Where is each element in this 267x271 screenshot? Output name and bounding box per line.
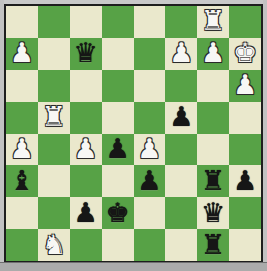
black-pawn[interactable]: ♟ <box>105 135 129 162</box>
square-a1[interactable] <box>6 229 38 261</box>
black-king[interactable]: ♚ <box>105 199 129 226</box>
square-d4[interactable]: ♟ <box>102 134 134 166</box>
square-c4[interactable]: ♟ <box>70 134 102 166</box>
white-pawn[interactable]: ♟ <box>201 39 225 66</box>
square-e2[interactable] <box>134 197 166 229</box>
square-h5[interactable] <box>229 102 261 134</box>
square-b3[interactable] <box>38 165 70 197</box>
square-a7[interactable]: ♟ <box>6 38 38 70</box>
black-queen[interactable]: ♛ <box>74 39 98 66</box>
square-d8[interactable] <box>102 6 134 38</box>
square-d6[interactable] <box>102 70 134 102</box>
square-e6[interactable] <box>134 70 166 102</box>
black-rook[interactable]: ♜ <box>201 167 225 194</box>
square-g6[interactable] <box>197 70 229 102</box>
black-pawn[interactable]: ♟ <box>233 167 257 194</box>
white-rook[interactable]: ♜ <box>201 7 225 34</box>
square-f3[interactable] <box>165 165 197 197</box>
square-d3[interactable] <box>102 165 134 197</box>
square-c7[interactable]: ♛ <box>70 38 102 70</box>
square-b1[interactable]: ♞ <box>38 229 70 261</box>
square-b6[interactable] <box>38 70 70 102</box>
square-h2[interactable] <box>229 197 261 229</box>
square-c1[interactable] <box>70 229 102 261</box>
black-pawn[interactable]: ♟ <box>137 167 161 194</box>
black-pawn[interactable]: ♟ <box>74 199 98 226</box>
white-knight[interactable]: ♞ <box>42 231 66 258</box>
square-c5[interactable] <box>70 102 102 134</box>
square-b2[interactable] <box>38 197 70 229</box>
square-f4[interactable] <box>165 134 197 166</box>
white-pawn[interactable]: ♟ <box>74 135 98 162</box>
square-a5[interactable] <box>6 102 38 134</box>
white-pawn[interactable]: ♟ <box>233 71 257 98</box>
square-a4[interactable]: ♟ <box>6 134 38 166</box>
black-pawn[interactable]: ♟ <box>169 103 193 130</box>
white-rook[interactable]: ♜ <box>42 103 66 130</box>
square-d7[interactable] <box>102 38 134 70</box>
square-e8[interactable] <box>134 6 166 38</box>
square-h6[interactable]: ♟ <box>229 70 261 102</box>
board-border: ♜♟♛♟♟♚♟♜♟♟♟♟♟♝♟♜♟♟♚♛♞♜ <box>4 4 263 263</box>
white-pawn[interactable]: ♟ <box>10 39 34 66</box>
chess-board-widget: ♜♟♛♟♟♚♟♜♟♟♟♟♟♝♟♜♟♟♚♛♞♜ <box>0 0 267 271</box>
square-h4[interactable] <box>229 134 261 166</box>
square-c3[interactable] <box>70 165 102 197</box>
square-d2[interactable]: ♚ <box>102 197 134 229</box>
white-pawn[interactable]: ♟ <box>10 135 34 162</box>
square-f2[interactable] <box>165 197 197 229</box>
square-g2[interactable]: ♛ <box>197 197 229 229</box>
square-d1[interactable] <box>102 229 134 261</box>
square-f6[interactable] <box>165 70 197 102</box>
frame-right-edge <box>263 0 267 265</box>
square-g8[interactable]: ♜ <box>197 6 229 38</box>
square-a3[interactable]: ♝ <box>6 165 38 197</box>
square-e3[interactable]: ♟ <box>134 165 166 197</box>
square-h3[interactable]: ♟ <box>229 165 261 197</box>
square-f5[interactable]: ♟ <box>165 102 197 134</box>
white-pawn[interactable]: ♟ <box>137 135 161 162</box>
square-e1[interactable] <box>134 229 166 261</box>
square-c6[interactable] <box>70 70 102 102</box>
square-e4[interactable]: ♟ <box>134 134 166 166</box>
square-a2[interactable] <box>6 197 38 229</box>
square-b5[interactable]: ♜ <box>38 102 70 134</box>
square-f8[interactable] <box>165 6 197 38</box>
square-h8[interactable] <box>229 6 261 38</box>
square-b7[interactable] <box>38 38 70 70</box>
square-e7[interactable] <box>134 38 166 70</box>
square-g3[interactable]: ♜ <box>197 165 229 197</box>
chess-board: ♜♟♛♟♟♚♟♜♟♟♟♟♟♝♟♜♟♟♚♛♞♜ <box>6 6 261 261</box>
square-c8[interactable] <box>70 6 102 38</box>
black-rook[interactable]: ♜ <box>201 231 225 258</box>
square-f1[interactable] <box>165 229 197 261</box>
white-king[interactable]: ♚ <box>233 39 257 66</box>
square-a6[interactable] <box>6 70 38 102</box>
square-g4[interactable] <box>197 134 229 166</box>
square-g1[interactable]: ♜ <box>197 229 229 261</box>
square-b8[interactable] <box>38 6 70 38</box>
black-queen[interactable]: ♛ <box>201 199 225 226</box>
square-g7[interactable]: ♟ <box>197 38 229 70</box>
square-e5[interactable] <box>134 102 166 134</box>
square-h7[interactable]: ♚ <box>229 38 261 70</box>
white-pawn[interactable]: ♟ <box>169 39 193 66</box>
black-bishop[interactable]: ♝ <box>10 167 34 194</box>
square-b4[interactable] <box>38 134 70 166</box>
square-c2[interactable]: ♟ <box>70 197 102 229</box>
frame-bottom-edge <box>0 262 267 271</box>
square-f7[interactable]: ♟ <box>165 38 197 70</box>
square-g5[interactable] <box>197 102 229 134</box>
square-d5[interactable] <box>102 102 134 134</box>
square-a8[interactable] <box>6 6 38 38</box>
square-h1[interactable] <box>229 229 261 261</box>
